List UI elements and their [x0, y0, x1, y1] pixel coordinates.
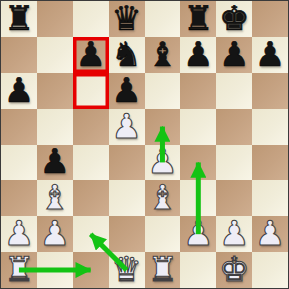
white-bishop-e3[interactable]: ♝	[147, 180, 177, 214]
square-c2[interactable]	[73, 216, 109, 252]
white-pawn-h2[interactable]: ♟	[255, 216, 285, 250]
square-c5[interactable]	[73, 109, 109, 145]
square-d5[interactable]: ♟	[109, 109, 145, 145]
square-h5[interactable]	[252, 109, 288, 145]
square-d6[interactable]: ♟	[109, 73, 145, 109]
square-a5[interactable]	[1, 109, 37, 145]
white-king-g1[interactable]: ♚	[219, 252, 249, 286]
square-d7[interactable]: ♞	[109, 37, 145, 73]
square-e4[interactable]: ♟	[145, 145, 181, 181]
black-pawn-b4[interactable]: ♟	[40, 145, 70, 179]
square-a8[interactable]: ♜	[1, 1, 37, 37]
square-f7[interactable]: ♟	[180, 37, 216, 73]
square-e7[interactable]: ♝	[145, 37, 181, 73]
square-e3[interactable]: ♝	[145, 180, 181, 216]
square-b5[interactable]	[37, 109, 73, 145]
white-rook-e1[interactable]: ♜	[147, 252, 177, 286]
square-g6[interactable]	[216, 73, 252, 109]
square-d1[interactable]: ♛	[109, 252, 145, 288]
square-c1[interactable]	[73, 252, 109, 288]
square-c6[interactable]	[73, 73, 109, 109]
square-f1[interactable]	[180, 252, 216, 288]
square-h6[interactable]	[252, 73, 288, 109]
square-a4[interactable]	[1, 145, 37, 181]
square-c8[interactable]	[73, 1, 109, 37]
square-a3[interactable]	[1, 180, 37, 216]
square-g5[interactable]	[216, 109, 252, 145]
square-c3[interactable]	[73, 180, 109, 216]
black-pawn-g7[interactable]: ♟	[219, 37, 249, 71]
square-h8[interactable]	[252, 1, 288, 37]
square-g7[interactable]: ♟	[216, 37, 252, 73]
white-pawn-e4[interactable]: ♟	[147, 145, 177, 179]
square-d2[interactable]	[109, 216, 145, 252]
square-h7[interactable]: ♟	[252, 37, 288, 73]
black-pawn-c7[interactable]: ♟	[75, 37, 105, 71]
square-e8[interactable]	[145, 1, 181, 37]
square-a6[interactable]: ♟	[1, 73, 37, 109]
black-rook-a8[interactable]: ♜	[4, 1, 34, 35]
square-g2[interactable]: ♟	[216, 216, 252, 252]
square-f5[interactable]	[180, 109, 216, 145]
white-rook-a1[interactable]: ♜	[4, 252, 34, 286]
white-pawn-b2[interactable]: ♟	[40, 216, 70, 250]
square-f3[interactable]	[180, 180, 216, 216]
white-pawn-a2[interactable]: ♟	[4, 216, 34, 250]
white-bishop-b3[interactable]: ♝	[40, 180, 70, 214]
square-b2[interactable]: ♟	[37, 216, 73, 252]
square-h4[interactable]	[252, 145, 288, 181]
black-pawn-a6[interactable]: ♟	[4, 73, 34, 107]
square-a7[interactable]	[1, 37, 37, 73]
square-b7[interactable]	[37, 37, 73, 73]
black-bishop-e7[interactable]: ♝	[147, 37, 177, 71]
white-pawn-g2[interactable]: ♟	[219, 216, 249, 250]
square-d8[interactable]: ♛	[109, 1, 145, 37]
white-pawn-f2[interactable]: ♟	[183, 216, 213, 250]
white-pawn-d5[interactable]: ♟	[111, 109, 141, 143]
square-a2[interactable]: ♟	[1, 216, 37, 252]
square-h3[interactable]	[252, 180, 288, 216]
black-queen-d8[interactable]: ♛	[111, 1, 141, 35]
square-f8[interactable]: ♜	[180, 1, 216, 37]
square-e6[interactable]	[145, 73, 181, 109]
square-e1[interactable]: ♜	[145, 252, 181, 288]
square-g8[interactable]: ♚	[216, 1, 252, 37]
square-b4[interactable]: ♟	[37, 145, 73, 181]
black-pawn-d6[interactable]: ♟	[111, 73, 141, 107]
chess-board: ♜♛♜♚♟♞♝♟♟♟♟♟♟♟♟♝♝♟♟♟♟♟♜♛♜♚	[0, 0, 289, 289]
black-rook-f8[interactable]: ♜	[183, 1, 213, 35]
square-g4[interactable]	[216, 145, 252, 181]
square-c4[interactable]	[73, 145, 109, 181]
black-pawn-f7[interactable]: ♟	[183, 37, 213, 71]
square-g3[interactable]	[216, 180, 252, 216]
square-a1[interactable]: ♜	[1, 252, 37, 288]
square-h2[interactable]: ♟	[252, 216, 288, 252]
square-f4[interactable]	[180, 145, 216, 181]
square-c7[interactable]: ♟	[73, 37, 109, 73]
square-d4[interactable]	[109, 145, 145, 181]
black-pawn-h7[interactable]: ♟	[255, 37, 285, 71]
square-g1[interactable]: ♚	[216, 252, 252, 288]
square-b3[interactable]: ♝	[37, 180, 73, 216]
square-b6[interactable]	[37, 73, 73, 109]
square-h1[interactable]	[252, 252, 288, 288]
square-f2[interactable]: ♟	[180, 216, 216, 252]
square-d3[interactable]	[109, 180, 145, 216]
square-b1[interactable]	[37, 252, 73, 288]
square-b8[interactable]	[37, 1, 73, 37]
black-knight-d7[interactable]: ♞	[111, 37, 141, 71]
square-f6[interactable]	[180, 73, 216, 109]
chess-app: ♜♛♜♚♟♞♝♟♟♟♟♟♟♟♟♝♝♟♟♟♟♟♜♛♜♚	[0, 0, 289, 289]
white-queen-d1[interactable]: ♛	[111, 252, 141, 286]
black-king-g8[interactable]: ♚	[219, 1, 249, 35]
square-e5[interactable]	[145, 109, 181, 145]
square-e2[interactable]	[145, 216, 181, 252]
